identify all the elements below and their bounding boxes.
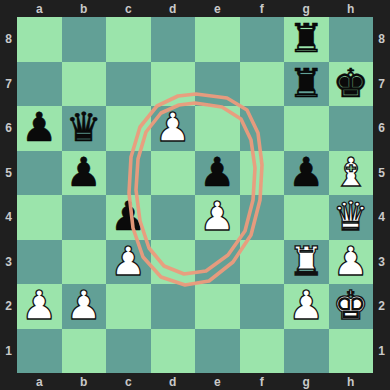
square-g7[interactable]: ♜ — [284, 62, 329, 107]
square-g8[interactable]: ♜ — [284, 17, 329, 62]
square-c6[interactable] — [106, 106, 151, 151]
file-label-e: e — [195, 0, 240, 17]
square-b2[interactable]: ♟ — [62, 284, 107, 329]
board-frame: abcdefgh abcdefgh 87654321 87654321 ♜♜♚♟… — [0, 0, 390, 390]
rank-labels-right: 87654321 — [373, 17, 390, 373]
rank-label-4: 4 — [373, 195, 390, 240]
square-h5[interactable]: ♝ — [329, 151, 374, 196]
square-f7[interactable] — [240, 62, 285, 107]
square-a7[interactable] — [17, 62, 62, 107]
square-a1[interactable] — [17, 329, 62, 374]
square-f1[interactable] — [240, 329, 285, 374]
piece-white-pawn[interactable]: ♟ — [66, 285, 102, 325]
square-e1[interactable] — [195, 329, 240, 374]
rank-label-6: 6 — [373, 106, 390, 151]
rank-label-7: 7 — [373, 62, 390, 107]
rank-label-5: 5 — [0, 151, 17, 196]
square-e2[interactable] — [195, 284, 240, 329]
rank-label-3: 3 — [373, 240, 390, 285]
piece-black-pawn[interactable]: ♟ — [288, 152, 324, 192]
file-label-a: a — [17, 0, 62, 17]
file-label-e: e — [195, 373, 240, 390]
square-c7[interactable] — [106, 62, 151, 107]
piece-white-pawn[interactable]: ♟ — [21, 285, 57, 325]
piece-black-queen[interactable]: ♛ — [66, 107, 102, 147]
square-d1[interactable] — [151, 329, 196, 374]
file-label-b: b — [62, 373, 107, 390]
square-g2[interactable]: ♟ — [284, 284, 329, 329]
file-label-f: f — [240, 373, 285, 390]
piece-black-pawn[interactable]: ♟ — [21, 107, 57, 147]
square-c3[interactable]: ♟ — [106, 240, 151, 285]
piece-white-pawn[interactable]: ♟ — [288, 285, 324, 325]
square-g4[interactable] — [284, 195, 329, 240]
square-c4[interactable]: ♟ — [106, 195, 151, 240]
piece-white-pawn[interactable]: ♟ — [333, 241, 369, 281]
square-d5[interactable] — [151, 151, 196, 196]
square-g1[interactable] — [284, 329, 329, 374]
rank-label-7: 7 — [0, 62, 17, 107]
file-label-g: g — [284, 0, 329, 17]
square-g5[interactable]: ♟ — [284, 151, 329, 196]
file-label-f: f — [240, 0, 285, 17]
rank-label-1: 1 — [373, 329, 390, 374]
square-c2[interactable] — [106, 284, 151, 329]
rank-label-8: 8 — [0, 17, 17, 62]
piece-black-king[interactable]: ♚ — [333, 63, 369, 103]
square-e6[interactable] — [195, 106, 240, 151]
file-label-b: b — [62, 0, 107, 17]
square-b7[interactable] — [62, 62, 107, 107]
square-f5[interactable] — [240, 151, 285, 196]
square-h3[interactable]: ♟ — [329, 240, 374, 285]
square-b6[interactable]: ♛ — [62, 106, 107, 151]
square-d7[interactable] — [151, 62, 196, 107]
square-f2[interactable] — [240, 284, 285, 329]
square-f4[interactable] — [240, 195, 285, 240]
piece-black-rook[interactable]: ♜ — [288, 18, 324, 58]
piece-white-rook[interactable]: ♜ — [288, 241, 324, 281]
square-e7[interactable] — [195, 62, 240, 107]
square-a5[interactable] — [17, 151, 62, 196]
square-d2[interactable] — [151, 284, 196, 329]
square-d8[interactable] — [151, 17, 196, 62]
piece-white-pawn[interactable]: ♟ — [110, 241, 146, 281]
square-h1[interactable] — [329, 329, 374, 374]
rank-label-8: 8 — [373, 17, 390, 62]
rank-label-3: 3 — [0, 240, 17, 285]
square-b5[interactable]: ♟ — [62, 151, 107, 196]
square-b8[interactable] — [62, 17, 107, 62]
rank-label-4: 4 — [0, 195, 17, 240]
square-c5[interactable] — [106, 151, 151, 196]
piece-white-bishop[interactable]: ♝ — [333, 152, 369, 192]
square-h6[interactable] — [329, 106, 374, 151]
square-a6[interactable]: ♟ — [17, 106, 62, 151]
square-f8[interactable] — [240, 17, 285, 62]
piece-white-queen[interactable]: ♛ — [333, 196, 369, 236]
square-e8[interactable] — [195, 17, 240, 62]
square-e4[interactable]: ♟ — [195, 195, 240, 240]
file-label-h: h — [329, 0, 374, 17]
file-label-g: g — [284, 373, 329, 390]
square-d6[interactable]: ♟ — [151, 106, 196, 151]
file-label-h: h — [329, 373, 374, 390]
piece-black-pawn[interactable]: ♟ — [110, 196, 146, 236]
rank-label-2: 2 — [0, 284, 17, 329]
square-e3[interactable] — [195, 240, 240, 285]
file-label-d: d — [151, 0, 196, 17]
piece-black-pawn[interactable]: ♟ — [66, 152, 102, 192]
square-b1[interactable] — [62, 329, 107, 374]
square-h4[interactable]: ♛ — [329, 195, 374, 240]
piece-white-pawn[interactable]: ♟ — [155, 107, 191, 147]
square-f3[interactable] — [240, 240, 285, 285]
file-label-c: c — [106, 373, 151, 390]
file-label-a: a — [17, 373, 62, 390]
piece-black-rook[interactable]: ♜ — [288, 63, 324, 103]
square-h8[interactable] — [329, 17, 374, 62]
chess-board[interactable]: ♜♜♚♟♛♟♟♟♟♝♟♟♛♟♜♟♟♟♟♚ — [17, 17, 373, 373]
piece-black-pawn[interactable]: ♟ — [199, 152, 235, 192]
rank-label-6: 6 — [0, 106, 17, 151]
square-h2[interactable]: ♚ — [329, 284, 374, 329]
square-g6[interactable] — [284, 106, 329, 151]
rank-labels-left: 87654321 — [0, 17, 17, 373]
square-e5[interactable]: ♟ — [195, 151, 240, 196]
square-a2[interactable]: ♟ — [17, 284, 62, 329]
square-b3[interactable] — [62, 240, 107, 285]
square-f6[interactable] — [240, 106, 285, 151]
square-d3[interactable] — [151, 240, 196, 285]
file-labels-top: abcdefgh — [17, 0, 373, 17]
rank-label-2: 2 — [373, 284, 390, 329]
rank-label-5: 5 — [373, 151, 390, 196]
square-a3[interactable] — [17, 240, 62, 285]
square-b4[interactable] — [62, 195, 107, 240]
square-c1[interactable] — [106, 329, 151, 374]
square-h7[interactable]: ♚ — [329, 62, 374, 107]
square-a4[interactable] — [17, 195, 62, 240]
file-label-c: c — [106, 0, 151, 17]
square-a8[interactable] — [17, 17, 62, 62]
file-label-d: d — [151, 373, 196, 390]
piece-white-pawn[interactable]: ♟ — [199, 196, 235, 236]
square-g3[interactable]: ♜ — [284, 240, 329, 285]
square-d4[interactable] — [151, 195, 196, 240]
piece-white-king[interactable]: ♚ — [333, 285, 369, 325]
rank-label-1: 1 — [0, 329, 17, 374]
square-c8[interactable] — [106, 17, 151, 62]
file-labels-bottom: abcdefgh — [17, 373, 373, 390]
